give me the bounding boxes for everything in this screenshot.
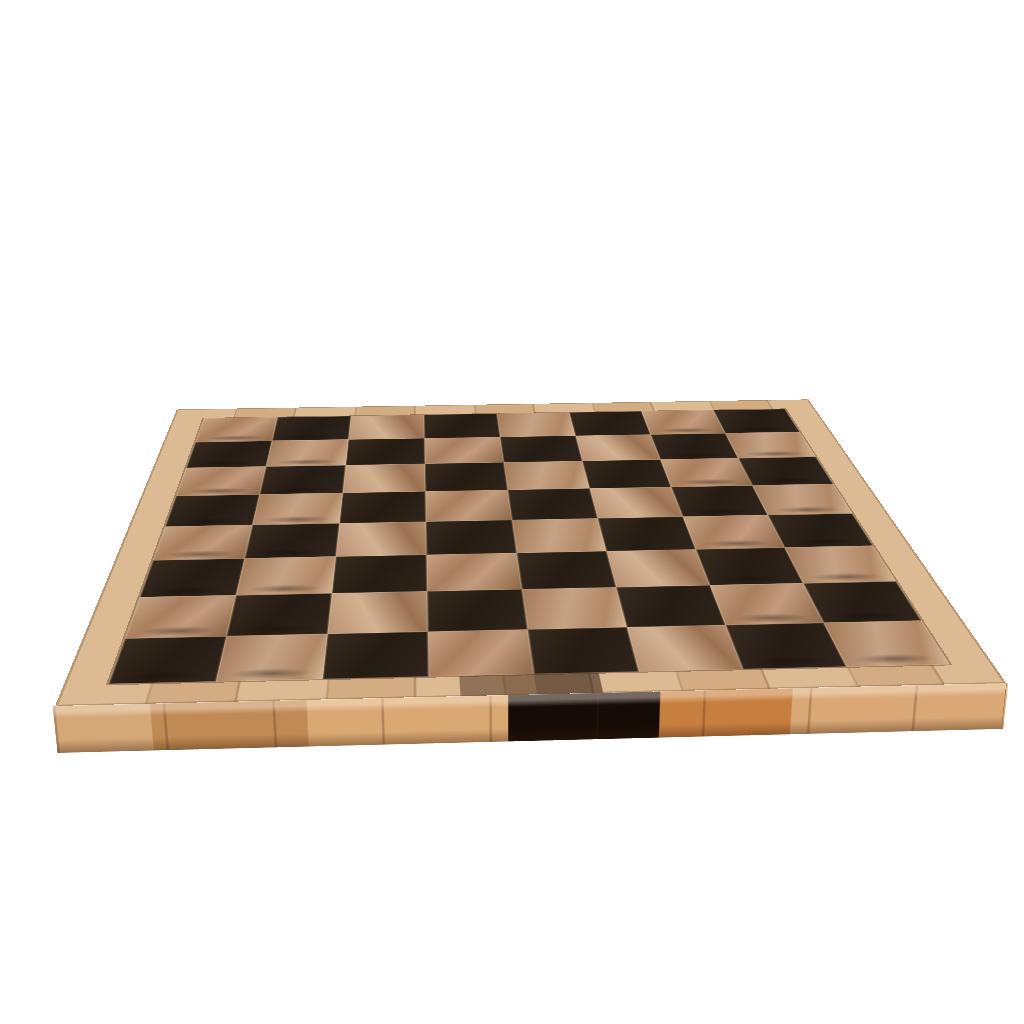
rook-glyph: ♜ — [854, 577, 936, 661]
square-f5[interactable] — [504, 461, 590, 490]
square-a5[interactable] — [528, 627, 639, 674]
square-d5[interactable] — [512, 518, 606, 553]
product-photo-scene: ♜♟♟♜♞♟♟♞♝♟♟♝♚♟♟♚♛♟♟♛♝♟♟♝♞♟♟♞♜♟♟♜ — [0, 0, 1024, 1024]
board-frame: ♜♟♟♜♞♟♟♞♝♟♟♝♚♟♟♚♛♟♟♛♝♟♟♝♞♟♟♞♜♟♟♜ — [55, 399, 1006, 706]
square-f6[interactable] — [582, 460, 671, 489]
square-b5[interactable] — [522, 587, 627, 629]
chess-board: ♜♟♟♜♞♟♟♞♝♟♟♝♚♟♟♚♛♟♟♛♝♟♟♝♞♟♟♞♜♟♟♜ — [55, 399, 1006, 706]
square-e3[interactable] — [339, 491, 426, 523]
rook-glyph: ♜ — [122, 592, 206, 678]
square-b6[interactable] — [616, 585, 725, 627]
square-a8[interactable]: ♜ — [824, 621, 950, 667]
square-h5[interactable] — [497, 412, 576, 437]
square-g5[interactable] — [500, 436, 582, 463]
square-b3[interactable] — [327, 591, 427, 634]
square-h6[interactable] — [569, 411, 650, 435]
square-a1[interactable]: ♜ — [109, 636, 227, 684]
square-a4[interactable] — [428, 629, 534, 676]
pawn-glyph: ♟ — [762, 601, 823, 663]
square-d6[interactable] — [598, 517, 696, 551]
square-b4[interactable] — [427, 589, 528, 631]
square-c4[interactable] — [426, 553, 521, 591]
square-g6[interactable] — [575, 434, 660, 460]
square-d4[interactable] — [426, 520, 517, 555]
square-c3[interactable] — [332, 555, 427, 594]
square-c6[interactable] — [606, 549, 709, 587]
square-g3[interactable] — [346, 438, 425, 465]
square-g4[interactable] — [424, 437, 503, 464]
square-e6[interactable] — [590, 487, 683, 518]
square-f3[interactable] — [343, 464, 426, 493]
square-c5[interactable] — [517, 551, 616, 589]
square-h3[interactable] — [348, 415, 424, 440]
square-e4[interactable] — [425, 490, 512, 522]
board-grid: ♜♟♟♜♞♟♟♞♝♟♟♝♚♟♟♚♛♟♟♛♝♟♟♝♞♟♟♞♜♟♟♜ — [109, 409, 950, 684]
square-a6[interactable] — [627, 625, 743, 672]
pawn-glyph: ♟ — [239, 612, 301, 675]
square-h4[interactable] — [424, 414, 500, 439]
square-d3[interactable] — [336, 522, 427, 557]
square-a3[interactable] — [323, 632, 429, 679]
square-f4[interactable] — [425, 462, 508, 491]
square-a2[interactable]: ♟ — [216, 634, 328, 682]
square-e5[interactable] — [508, 488, 598, 520]
